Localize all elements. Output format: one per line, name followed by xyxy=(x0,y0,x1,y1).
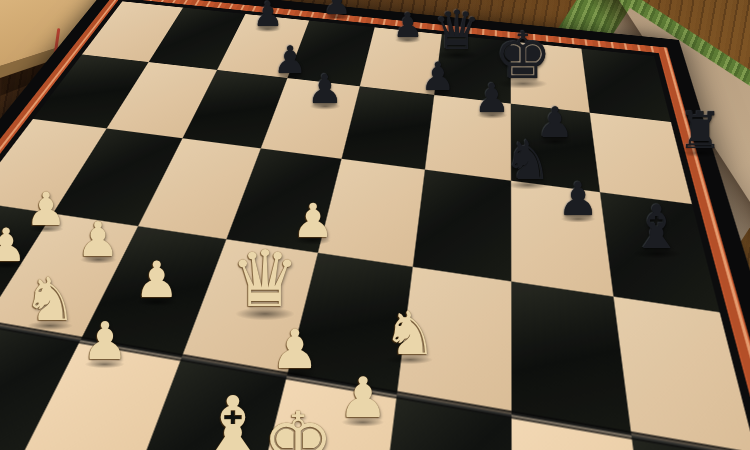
piece-white-pawn-b3[interactable]: ♟ xyxy=(82,315,129,367)
photo-scene: ♟♟♟♛♟♚♟♟♟♟♜♞♟♟♟♝♟♟♟♛♞♞♟♟♟♝♚ xyxy=(0,0,750,450)
square-h8[interactable] xyxy=(581,49,670,122)
piece-black-pawn-f7[interactable]: ♟ xyxy=(474,78,510,118)
white-knight-glyph: ♞ xyxy=(23,264,77,334)
piece-white-pawn-c4[interactable]: ♟ xyxy=(135,255,180,305)
black-rook-glyph: ♜ xyxy=(678,102,723,160)
piece-white-knight-g4[interactable]: ♞ xyxy=(383,303,437,363)
piece-white-pawn-a5[interactable]: ♟ xyxy=(0,222,27,268)
white-king-glyph: ♚ xyxy=(262,395,334,450)
piece-black-pawn-rim3[interactable]: ♟ xyxy=(393,8,423,42)
white-queen-glyph: ♛ xyxy=(230,234,300,324)
piece-white-pawn-b4[interactable]: ♟ xyxy=(76,215,119,263)
black-pawn-glyph: ♟ xyxy=(273,38,307,82)
piece-white-queen-e4[interactable]: ♛ xyxy=(230,240,300,318)
piece-white-bishop-e2[interactable]: ♝ xyxy=(198,386,268,450)
square-g5[interactable] xyxy=(511,281,631,436)
piece-black-pawn-d6[interactable]: ♟ xyxy=(307,69,343,109)
piece-black-queen-d8[interactable]: ♛ xyxy=(433,4,481,58)
black-pawn-glyph: ♟ xyxy=(323,0,352,22)
white-knight-glyph: ♞ xyxy=(383,298,437,368)
piece-black-pawn-c7[interactable]: ♟ xyxy=(273,41,307,79)
piece-black-pawn-g5[interactable]: ♟ xyxy=(557,176,598,222)
black-pawn-glyph: ♟ xyxy=(474,75,510,121)
white-pawn-glyph: ♟ xyxy=(135,251,180,309)
black-pawn-glyph: ♟ xyxy=(253,0,283,34)
piece-black-pawn-rim1[interactable]: ♟ xyxy=(253,0,283,31)
black-pawn-glyph: ♟ xyxy=(393,5,423,45)
white-bishop-glyph: ♝ xyxy=(198,380,268,450)
piece-black-bishop-h6[interactable]: ♝ xyxy=(630,197,684,257)
white-pawn-glyph: ♟ xyxy=(76,211,119,267)
piece-white-pawn-a4[interactable]: ♟ xyxy=(25,186,66,232)
piece-black-knight-g6[interactable]: ♞ xyxy=(504,134,552,188)
piece-white-knight-a3[interactable]: ♞ xyxy=(23,269,77,329)
square-f6[interactable] xyxy=(413,170,511,281)
white-pawn-glyph: ♟ xyxy=(25,182,66,236)
black-knight-glyph: ♞ xyxy=(504,129,552,192)
black-pawn-glyph: ♟ xyxy=(421,54,456,99)
piece-white-pawn-g3[interactable]: ♟ xyxy=(338,370,388,426)
black-pawn-glyph: ♟ xyxy=(557,172,598,226)
piece-white-pawn-f3[interactable]: ♟ xyxy=(271,323,319,377)
white-pawn-glyph: ♟ xyxy=(338,365,388,430)
square-h5[interactable] xyxy=(613,296,750,450)
piece-black-pawn-rim2[interactable]: ♟ xyxy=(323,0,352,19)
piece-black-pawn-e7[interactable]: ♟ xyxy=(421,57,456,96)
black-bishop-glyph: ♝ xyxy=(630,192,684,262)
white-pawn-glyph: ♟ xyxy=(271,318,319,381)
piece-black-rook-h8[interactable]: ♜ xyxy=(678,106,723,156)
piece-white-king-f2[interactable]: ♚ xyxy=(262,402,334,450)
black-pawn-glyph: ♟ xyxy=(307,66,343,112)
white-pawn-glyph: ♟ xyxy=(82,311,129,371)
